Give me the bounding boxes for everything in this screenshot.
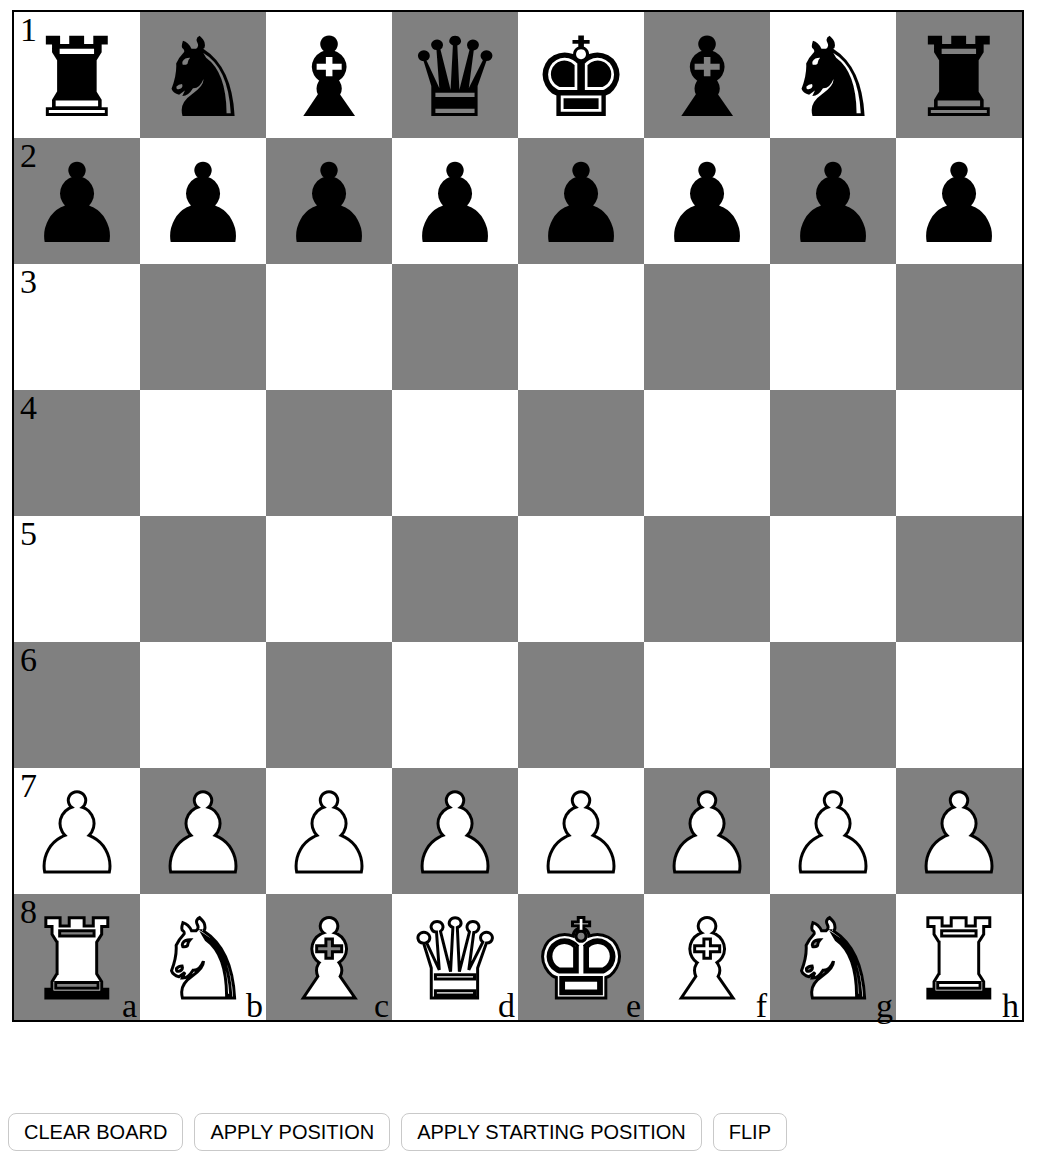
square-d6[interactable] xyxy=(392,642,518,768)
rank-label-8: 8 xyxy=(20,895,37,929)
white-king: ♚ xyxy=(532,905,631,1015)
file-label-f: f xyxy=(756,989,767,1023)
square-c2[interactable]: ♟ xyxy=(266,138,392,264)
square-b7[interactable]: ♟ xyxy=(140,768,266,894)
square-b6[interactable] xyxy=(140,642,266,768)
square-f3[interactable] xyxy=(644,264,770,390)
file-label-h: h xyxy=(1002,989,1019,1023)
square-g3[interactable] xyxy=(770,264,896,390)
square-c5[interactable] xyxy=(266,516,392,642)
square-a4[interactable]: 4 xyxy=(14,390,140,516)
white-pawn: ♟ xyxy=(910,779,1009,889)
square-e1[interactable]: ♚ xyxy=(518,12,644,138)
file-label-c: c xyxy=(374,989,389,1023)
apply-position-button[interactable]: APPLY POSITION xyxy=(194,1113,390,1151)
toolbar: CLEAR BOARD APPLY POSITION APPLY STARTIN… xyxy=(8,1113,1040,1151)
black-knight: ♞ xyxy=(154,23,253,133)
rank-label-3: 3 xyxy=(20,265,37,299)
square-a2[interactable]: ♟2 xyxy=(14,138,140,264)
square-h1[interactable]: ♜ xyxy=(896,12,1022,138)
square-c1[interactable]: ♝ xyxy=(266,12,392,138)
square-b8[interactable]: ♞b xyxy=(140,894,266,1020)
black-queen: ♛ xyxy=(406,23,505,133)
square-g5[interactable] xyxy=(770,516,896,642)
square-h6[interactable] xyxy=(896,642,1022,768)
white-knight: ♞ xyxy=(154,905,253,1015)
rank-label-1: 1 xyxy=(20,13,37,47)
rank-label-7: 7 xyxy=(20,769,37,803)
square-c3[interactable] xyxy=(266,264,392,390)
square-h7[interactable]: ♟ xyxy=(896,768,1022,894)
file-label-g: g xyxy=(876,989,893,1023)
white-rook: ♜ xyxy=(910,905,1009,1015)
square-a3[interactable]: 3 xyxy=(14,264,140,390)
white-pawn: ♟ xyxy=(658,779,757,889)
chess-board: ♜1♞♝♛♚♝♞♜♟2♟♟♟♟♟♟♟3456♟7♟♟♟♟♟♟♟♜8a♞b♝c♛d… xyxy=(12,10,1024,1022)
square-b1[interactable]: ♞ xyxy=(140,12,266,138)
white-pawn: ♟ xyxy=(406,779,505,889)
square-h2[interactable]: ♟ xyxy=(896,138,1022,264)
square-f4[interactable] xyxy=(644,390,770,516)
square-c6[interactable] xyxy=(266,642,392,768)
square-a7[interactable]: ♟7 xyxy=(14,768,140,894)
file-label-e: e xyxy=(626,989,641,1023)
white-pawn: ♟ xyxy=(532,779,631,889)
square-b3[interactable] xyxy=(140,264,266,390)
square-d8[interactable]: ♛d xyxy=(392,894,518,1020)
flip-button[interactable]: FLIP xyxy=(713,1113,787,1151)
black-knight: ♞ xyxy=(784,23,883,133)
square-f8[interactable]: ♝f xyxy=(644,894,770,1020)
square-a6[interactable]: 6 xyxy=(14,642,140,768)
square-f1[interactable]: ♝ xyxy=(644,12,770,138)
square-d3[interactable] xyxy=(392,264,518,390)
square-b5[interactable] xyxy=(140,516,266,642)
square-a5[interactable]: 5 xyxy=(14,516,140,642)
rank-label-6: 6 xyxy=(20,643,37,677)
black-bishop: ♝ xyxy=(280,23,379,133)
file-label-b: b xyxy=(246,989,263,1023)
white-pawn: ♟ xyxy=(28,779,127,889)
square-f7[interactable]: ♟ xyxy=(644,768,770,894)
square-g2[interactable]: ♟ xyxy=(770,138,896,264)
rank-label-4: 4 xyxy=(20,391,37,425)
apply-starting-position-button[interactable]: APPLY STARTING POSITION xyxy=(401,1113,702,1151)
black-rook: ♜ xyxy=(910,23,1009,133)
square-f6[interactable] xyxy=(644,642,770,768)
white-bishop: ♝ xyxy=(658,905,757,1015)
square-g7[interactable]: ♟ xyxy=(770,768,896,894)
square-e3[interactable] xyxy=(518,264,644,390)
square-d2[interactable]: ♟ xyxy=(392,138,518,264)
square-d1[interactable]: ♛ xyxy=(392,12,518,138)
black-pawn: ♟ xyxy=(280,149,379,259)
white-bishop: ♝ xyxy=(280,905,379,1015)
black-pawn: ♟ xyxy=(532,149,631,259)
square-c4[interactable] xyxy=(266,390,392,516)
square-b2[interactable]: ♟ xyxy=(140,138,266,264)
rank-label-2: 2 xyxy=(20,139,37,173)
black-king: ♚ xyxy=(532,23,631,133)
square-g6[interactable] xyxy=(770,642,896,768)
square-d4[interactable] xyxy=(392,390,518,516)
black-pawn: ♟ xyxy=(910,149,1009,259)
white-pawn: ♟ xyxy=(154,779,253,889)
white-rook: ♜ xyxy=(28,905,127,1015)
square-e2[interactable]: ♟ xyxy=(518,138,644,264)
square-g1[interactable]: ♞ xyxy=(770,12,896,138)
square-e4[interactable] xyxy=(518,390,644,516)
square-h5[interactable] xyxy=(896,516,1022,642)
black-pawn: ♟ xyxy=(658,149,757,259)
square-b4[interactable] xyxy=(140,390,266,516)
black-pawn: ♟ xyxy=(154,149,253,259)
square-d5[interactable] xyxy=(392,516,518,642)
square-g8[interactable]: ♞g xyxy=(770,894,896,1020)
square-h3[interactable] xyxy=(896,264,1022,390)
square-d7[interactable]: ♟ xyxy=(392,768,518,894)
black-bishop: ♝ xyxy=(658,23,757,133)
square-e7[interactable]: ♟ xyxy=(518,768,644,894)
black-pawn: ♟ xyxy=(28,149,127,259)
square-h4[interactable] xyxy=(896,390,1022,516)
square-f2[interactable]: ♟ xyxy=(644,138,770,264)
square-e6[interactable] xyxy=(518,642,644,768)
square-g4[interactable] xyxy=(770,390,896,516)
black-pawn: ♟ xyxy=(784,149,883,259)
square-e5[interactable] xyxy=(518,516,644,642)
white-knight: ♞ xyxy=(784,905,883,1015)
black-pawn: ♟ xyxy=(406,149,505,259)
rank-label-5: 5 xyxy=(20,517,37,551)
square-c7[interactable]: ♟ xyxy=(266,768,392,894)
square-c8[interactable]: ♝c xyxy=(266,894,392,1020)
white-pawn: ♟ xyxy=(280,779,379,889)
square-h8[interactable]: ♜h xyxy=(896,894,1022,1020)
square-a8[interactable]: ♜8a xyxy=(14,894,140,1020)
white-queen: ♛ xyxy=(406,905,505,1015)
square-e8[interactable]: ♚e xyxy=(518,894,644,1020)
clear-board-button[interactable]: CLEAR BOARD xyxy=(8,1113,183,1151)
file-label-d: d xyxy=(498,989,515,1023)
square-f5[interactable] xyxy=(644,516,770,642)
white-pawn: ♟ xyxy=(784,779,883,889)
black-rook: ♜ xyxy=(28,23,127,133)
file-label-a: a xyxy=(122,989,137,1023)
square-a1[interactable]: ♜1 xyxy=(14,12,140,138)
